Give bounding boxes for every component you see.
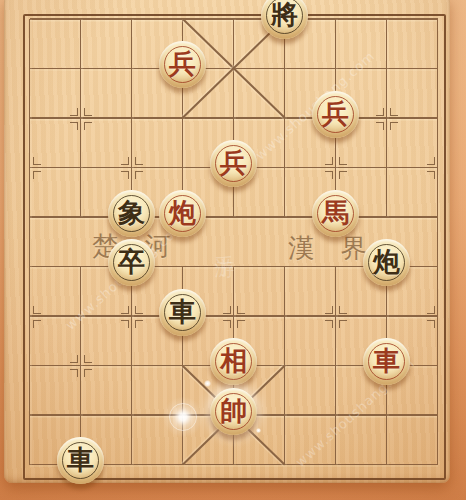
piece-character: 車 (373, 347, 400, 374)
piece-character: 兵 (220, 149, 247, 176)
piece-red-soldier-a[interactable]: 兵 (159, 41, 206, 88)
point-marker (427, 171, 435, 179)
point-marker (33, 171, 41, 179)
point-marker (70, 369, 78, 377)
point-marker (84, 369, 92, 377)
point-marker (70, 108, 78, 116)
point-marker (376, 122, 384, 130)
point-marker (237, 306, 245, 314)
piece-red-cannon[interactable]: 炮 (159, 190, 206, 237)
point-marker (121, 306, 129, 314)
piece-black-cannon[interactable]: 炮 (363, 239, 410, 286)
point-marker (70, 122, 78, 130)
point-marker (223, 320, 231, 328)
point-marker (33, 306, 41, 314)
point-marker (70, 355, 78, 363)
piece-red-elephant[interactable]: 相 (210, 338, 257, 385)
piece-red-horse[interactable]: 馬 (312, 190, 359, 237)
point-marker (84, 355, 92, 363)
piece-character: 車 (67, 446, 94, 473)
grid-line-v (80, 19, 82, 217)
piece-character: 兵 (169, 50, 196, 77)
grid-line-v (335, 267, 337, 465)
piece-character: 相 (220, 347, 247, 374)
piece-red-soldier-b[interactable]: 兵 (312, 91, 359, 138)
grid-line-v (131, 19, 133, 217)
piece-black-chariot-a[interactable]: 車 (159, 289, 206, 336)
piece-character: 將 (271, 1, 298, 28)
piece-black-chariot-b[interactable]: 車 (57, 437, 104, 484)
point-marker (223, 306, 231, 314)
point-marker (33, 157, 41, 165)
piece-character: 炮 (373, 248, 400, 275)
point-marker (84, 122, 92, 130)
point-marker (339, 306, 347, 314)
xiangqi-game-screen: 楚 河 漢 界 www.shoushang.com www.shoushang.… (0, 0, 466, 500)
point-marker (325, 306, 333, 314)
piece-black-soldier[interactable]: 卒 (108, 239, 155, 286)
piece-red-chariot[interactable]: 車 (363, 338, 410, 385)
point-marker (135, 320, 143, 328)
point-marker (427, 306, 435, 314)
point-marker (237, 320, 245, 328)
piece-character: 車 (169, 298, 196, 325)
point-marker (339, 320, 347, 328)
point-marker (135, 171, 143, 179)
point-marker (390, 122, 398, 130)
point-marker (376, 108, 384, 116)
piece-character: 炮 (169, 199, 196, 226)
point-marker (121, 171, 129, 179)
piece-black-elephant[interactable]: 象 (108, 190, 155, 237)
grid-line-v (233, 19, 235, 217)
piece-character: 馬 (322, 199, 349, 226)
point-marker (339, 171, 347, 179)
point-marker (325, 157, 333, 165)
point-marker (33, 320, 41, 328)
point-marker (427, 157, 435, 165)
piece-red-soldier-c[interactable]: 兵 (210, 140, 257, 187)
piece-character: 帥 (220, 397, 247, 424)
point-marker (325, 171, 333, 179)
point-marker (390, 108, 398, 116)
grid-line-v (29, 19, 31, 465)
piece-character: 卒 (118, 248, 145, 275)
point-marker (135, 306, 143, 314)
piece-character: 兵 (322, 100, 349, 127)
grid-line-v (437, 19, 439, 465)
point-marker (84, 108, 92, 116)
point-marker (135, 157, 143, 165)
point-marker (427, 320, 435, 328)
grid-line-v (386, 19, 388, 217)
point-marker (339, 157, 347, 165)
piece-red-general[interactable]: 帥 (210, 388, 257, 435)
piece-character: 象 (118, 199, 145, 226)
point-marker (121, 157, 129, 165)
grid-line-v (131, 267, 133, 465)
point-marker (325, 320, 333, 328)
point-marker (121, 320, 129, 328)
grid-line-v (80, 267, 82, 465)
